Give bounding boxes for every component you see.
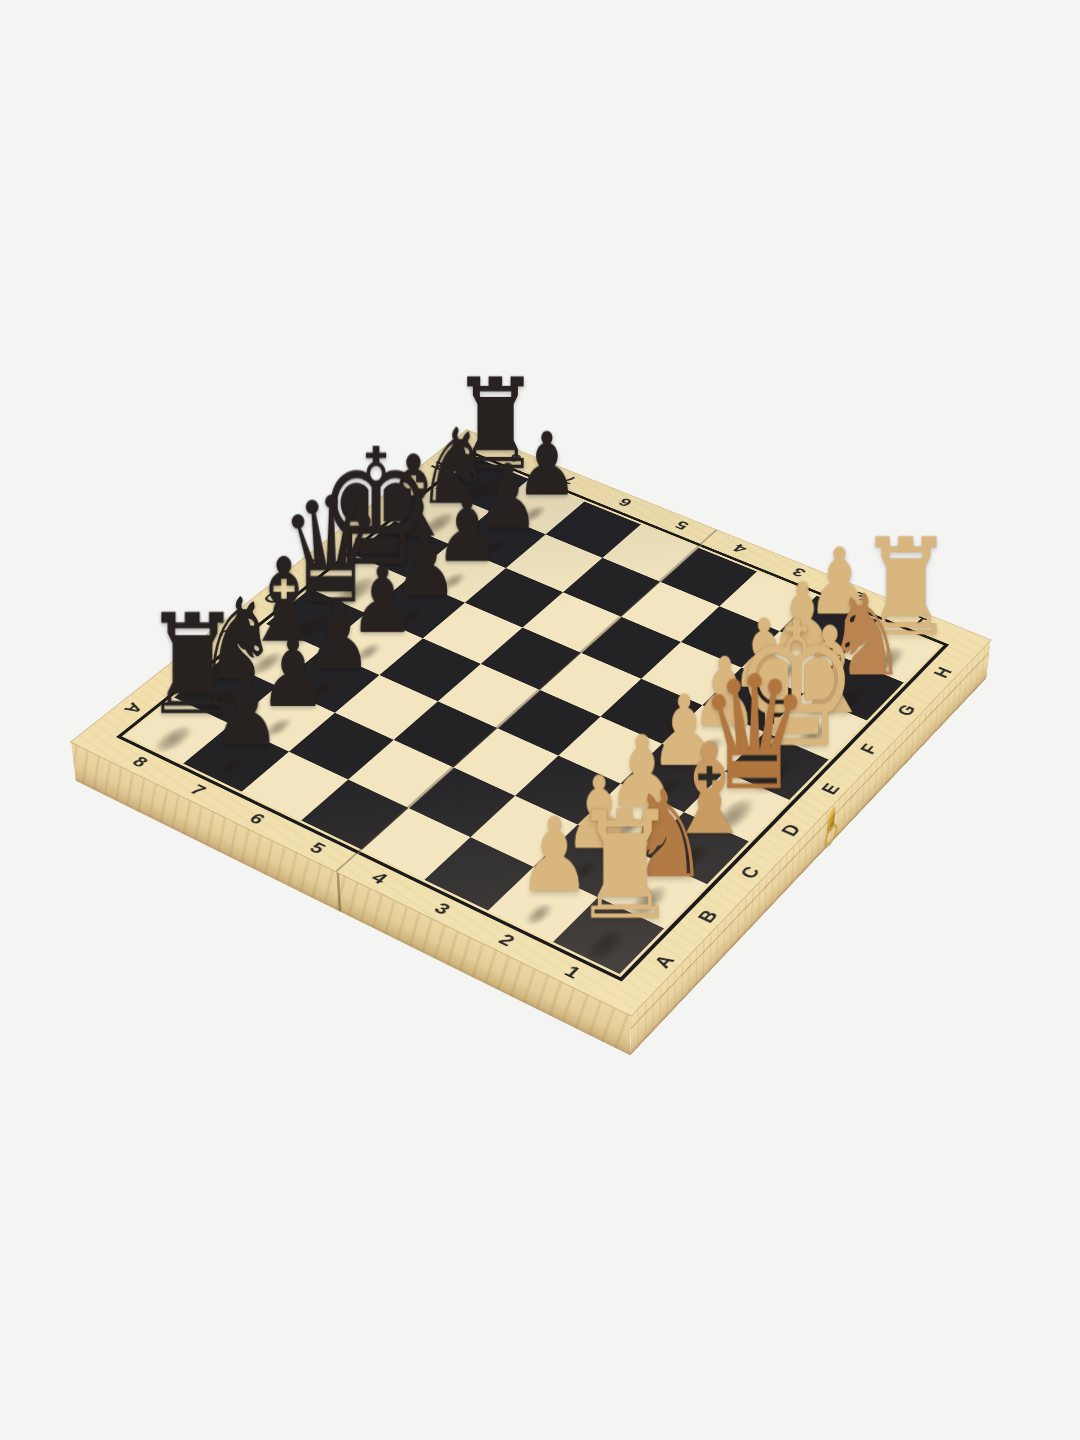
piece-shadow (559, 853, 606, 889)
piece-shadow (661, 835, 721, 882)
piece-shadow (206, 750, 254, 784)
piece-shadow (514, 896, 562, 933)
piece-shadow (614, 874, 682, 928)
piece-shadow (138, 716, 207, 763)
product-photo-scene: AHBGCFDEEDFCGBHA1122334455667788 ♜♞♝♛♚♝♞… (0, 0, 1080, 1440)
chess-board: AHBGCFDEEDFCGBHA1122334455667788 ♜♞♝♛♚♝♞… (71, 430, 991, 1016)
piece-shadow (646, 770, 691, 804)
fold-gap-line (337, 872, 342, 913)
piece-shadow (728, 692, 771, 724)
piece-shadow (254, 711, 301, 744)
piece-shadow (687, 731, 731, 764)
piece-shadow (603, 811, 649, 846)
piece-shadow (734, 745, 813, 806)
piece-shadow (569, 919, 639, 974)
